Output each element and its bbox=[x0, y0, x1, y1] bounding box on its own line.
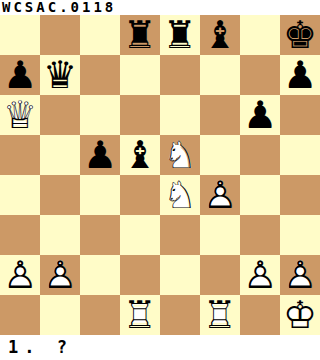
black-bishop-icon: ♝ bbox=[200, 15, 240, 55]
square-a7[interactable]: ♟ bbox=[0, 55, 40, 95]
square-e5[interactable]: ♞♘ bbox=[160, 135, 200, 175]
black-rook-icon: ♜ bbox=[160, 15, 200, 55]
square-f7[interactable] bbox=[200, 55, 240, 95]
square-b6[interactable] bbox=[40, 95, 80, 135]
square-h1[interactable]: ♚♔ bbox=[280, 295, 320, 335]
square-b7[interactable]: ♛ bbox=[40, 55, 80, 95]
square-h6[interactable] bbox=[280, 95, 320, 135]
square-c5[interactable]: ♟ bbox=[80, 135, 120, 175]
square-b1[interactable] bbox=[40, 295, 80, 335]
square-a5[interactable] bbox=[0, 135, 40, 175]
white-rook-icon: ♖ bbox=[120, 295, 160, 335]
square-a4[interactable] bbox=[0, 175, 40, 215]
square-h4[interactable] bbox=[280, 175, 320, 215]
square-c4[interactable] bbox=[80, 175, 120, 215]
square-g1[interactable] bbox=[240, 295, 280, 335]
square-a8[interactable] bbox=[0, 15, 40, 55]
black-bishop-icon: ♝ bbox=[120, 135, 160, 175]
white-pawn-icon: ♙ bbox=[40, 255, 80, 295]
square-c1[interactable] bbox=[80, 295, 120, 335]
black-pawn-icon: ♟ bbox=[80, 135, 120, 175]
square-d5[interactable]: ♝ bbox=[120, 135, 160, 175]
square-f5[interactable] bbox=[200, 135, 240, 175]
square-e8[interactable]: ♜ bbox=[160, 15, 200, 55]
square-b8[interactable] bbox=[40, 15, 80, 55]
black-rook-icon: ♜ bbox=[120, 15, 160, 55]
square-a2[interactable]: ♟♙ bbox=[0, 255, 40, 295]
black-pawn-icon: ♟ bbox=[280, 55, 320, 95]
square-f6[interactable] bbox=[200, 95, 240, 135]
square-e4[interactable]: ♞♘ bbox=[160, 175, 200, 215]
square-c8[interactable] bbox=[80, 15, 120, 55]
square-h5[interactable] bbox=[280, 135, 320, 175]
square-g7[interactable] bbox=[240, 55, 280, 95]
white-king-icon: ♔ bbox=[280, 295, 320, 335]
black-pawn-icon: ♟ bbox=[240, 95, 280, 135]
square-h8[interactable]: ♚ bbox=[280, 15, 320, 55]
square-c3[interactable] bbox=[80, 215, 120, 255]
square-f1[interactable]: ♜♖ bbox=[200, 295, 240, 335]
square-a1[interactable] bbox=[0, 295, 40, 335]
black-pawn-icon: ♟ bbox=[0, 55, 40, 95]
square-f3[interactable] bbox=[200, 215, 240, 255]
white-queen-icon: ♕ bbox=[0, 95, 40, 135]
white-knight-icon: ♘ bbox=[160, 175, 200, 215]
square-b3[interactable] bbox=[40, 215, 80, 255]
square-c2[interactable] bbox=[80, 255, 120, 295]
square-e3[interactable] bbox=[160, 215, 200, 255]
square-d7[interactable] bbox=[120, 55, 160, 95]
square-h3[interactable] bbox=[280, 215, 320, 255]
square-c7[interactable] bbox=[80, 55, 120, 95]
white-pawn-icon: ♙ bbox=[0, 255, 40, 295]
square-b4[interactable] bbox=[40, 175, 80, 215]
square-a3[interactable] bbox=[0, 215, 40, 255]
square-d4[interactable] bbox=[120, 175, 160, 215]
square-g6[interactable]: ♟ bbox=[240, 95, 280, 135]
square-g5[interactable] bbox=[240, 135, 280, 175]
square-g4[interactable] bbox=[240, 175, 280, 215]
move-prompt: 1. ? bbox=[8, 335, 73, 360]
square-d2[interactable] bbox=[120, 255, 160, 295]
diagram-id-label: WCSAC.0118 bbox=[2, 0, 116, 15]
square-g2[interactable]: ♟♙ bbox=[240, 255, 280, 295]
black-king-icon: ♚ bbox=[280, 15, 320, 55]
square-g8[interactable] bbox=[240, 15, 280, 55]
square-h2[interactable]: ♟♙ bbox=[280, 255, 320, 295]
square-g3[interactable] bbox=[240, 215, 280, 255]
square-c6[interactable] bbox=[80, 95, 120, 135]
square-e6[interactable] bbox=[160, 95, 200, 135]
square-d3[interactable] bbox=[120, 215, 160, 255]
white-rook-icon: ♖ bbox=[200, 295, 240, 335]
white-knight-icon: ♘ bbox=[160, 135, 200, 175]
square-a6[interactable]: ♛♕ bbox=[0, 95, 40, 135]
square-b2[interactable]: ♟♙ bbox=[40, 255, 80, 295]
square-h7[interactable]: ♟ bbox=[280, 55, 320, 95]
square-d8[interactable]: ♜ bbox=[120, 15, 160, 55]
square-e2[interactable] bbox=[160, 255, 200, 295]
black-queen-icon: ♛ bbox=[40, 55, 80, 95]
chess-board: ♜♜♝♚♟♛♟♛♕♟♟♝♞♘♞♘♟♙♟♙♟♙♟♙♟♙♜♖♜♖♚♔ bbox=[0, 15, 320, 335]
square-f4[interactable]: ♟♙ bbox=[200, 175, 240, 215]
white-pawn-icon: ♙ bbox=[280, 255, 320, 295]
white-pawn-icon: ♙ bbox=[200, 175, 240, 215]
square-e1[interactable] bbox=[160, 295, 200, 335]
square-d6[interactable] bbox=[120, 95, 160, 135]
square-f8[interactable]: ♝ bbox=[200, 15, 240, 55]
white-pawn-icon: ♙ bbox=[240, 255, 280, 295]
square-f2[interactable] bbox=[200, 255, 240, 295]
square-b5[interactable] bbox=[40, 135, 80, 175]
square-d1[interactable]: ♜♖ bbox=[120, 295, 160, 335]
square-e7[interactable] bbox=[160, 55, 200, 95]
